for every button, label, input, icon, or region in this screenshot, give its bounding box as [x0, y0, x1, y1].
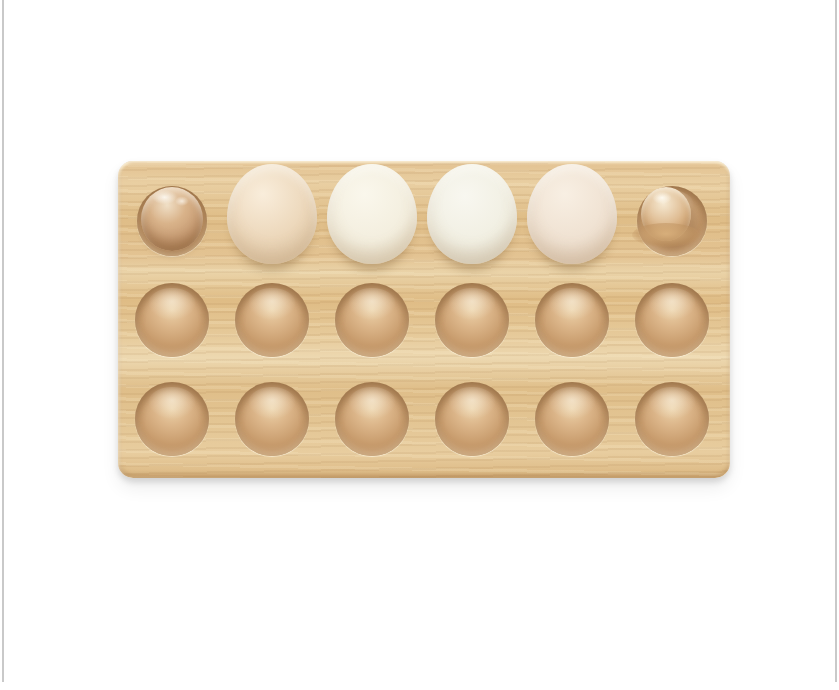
pit-recess	[635, 382, 709, 456]
pit-recess	[635, 283, 709, 357]
pit-r1-c3[interactable]	[322, 171, 422, 270]
pit-r2-c1[interactable]	[122, 270, 222, 369]
egg-piece[interactable]	[527, 164, 617, 264]
pit-recess	[235, 382, 309, 456]
wooden-knob[interactable]	[641, 187, 691, 241]
pit-recess	[135, 283, 209, 357]
pit-r1-c5[interactable]	[522, 171, 622, 270]
pit-r3-c6[interactable]	[622, 369, 722, 468]
egg-piece[interactable]	[227, 164, 317, 264]
pit-r2-c6[interactable]	[622, 270, 722, 369]
pit-r2-c4[interactable]	[422, 270, 522, 369]
pit-r1-c1[interactable]	[122, 171, 222, 270]
pit-r3-c3[interactable]	[322, 369, 422, 468]
pit-r2-c5[interactable]	[522, 270, 622, 369]
pit-r1-c2[interactable]	[222, 171, 322, 270]
egg-piece[interactable]	[327, 164, 417, 264]
board	[118, 161, 730, 478]
page-background: { "game": "mancala-style wooden tray (eg…	[0, 0, 839, 690]
pit-r3-c5[interactable]	[522, 369, 622, 468]
pit-recess	[435, 283, 509, 357]
pit-recess	[235, 283, 309, 357]
pit-r2-c3[interactable]	[322, 270, 422, 369]
pit-recess	[135, 382, 209, 456]
wooden-knob[interactable]	[141, 187, 203, 251]
pit-r1-c4[interactable]	[422, 171, 522, 270]
pit-grid	[122, 171, 722, 468]
pit-recess	[535, 283, 609, 357]
right-edge-line	[835, 0, 837, 682]
pit-r3-c4[interactable]	[422, 369, 522, 468]
pit-recess	[435, 382, 509, 456]
pit-recess	[335, 382, 409, 456]
pit-recess	[335, 283, 409, 357]
pit-recess	[535, 382, 609, 456]
pit-r3-c1[interactable]	[122, 369, 222, 468]
pit-r2-c2[interactable]	[222, 270, 322, 369]
egg-piece[interactable]	[427, 164, 517, 264]
pit-r1-c6[interactable]	[622, 171, 722, 270]
left-edge-line	[2, 0, 4, 682]
pit-r3-c2[interactable]	[222, 369, 322, 468]
